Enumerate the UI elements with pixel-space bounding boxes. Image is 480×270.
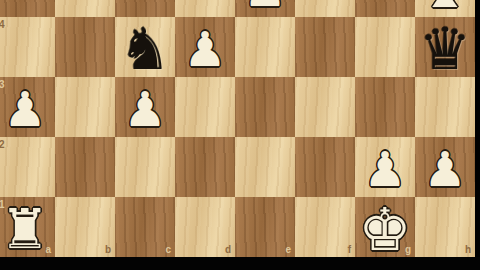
square-e4[interactable]: [235, 17, 295, 77]
white-bishop[interactable]: ♝: [421, 0, 469, 16]
square-c3[interactable]: ♟: [115, 77, 175, 137]
square-f3[interactable]: [295, 77, 355, 137]
rank-label-3: 3: [0, 79, 5, 90]
file-label-c: c: [165, 244, 171, 255]
square-a4[interactable]: 4: [0, 17, 55, 77]
chess-app-screen: 8765♟♝4♞♟♛♟3♟2♟♟♜1abcdef♚gh: [0, 0, 480, 270]
black-knight[interactable]: ♞: [119, 20, 171, 78]
white-pawn[interactable]: ♟: [243, 0, 286, 13]
square-e3[interactable]: [235, 77, 295, 137]
square-h4[interactable]: ♛: [415, 17, 475, 77]
rank-label-4: 4: [0, 19, 5, 30]
square-d1[interactable]: d: [175, 197, 235, 257]
square-f2[interactable]: [295, 137, 355, 197]
square-c1[interactable]: c: [115, 197, 175, 257]
square-c4[interactable]: ♞: [115, 17, 175, 77]
rank-label-2: 2: [0, 139, 5, 150]
square-g3[interactable]: [355, 77, 415, 137]
chess-board: 8765♟♝4♞♟♛♟3♟2♟♟♜1abcdef♚gh: [0, 0, 475, 257]
square-g1[interactable]: ♚g: [355, 197, 415, 257]
white-pawn[interactable]: ♟: [363, 145, 406, 193]
square-g2[interactable]: ♟: [355, 137, 415, 197]
square-c2[interactable]: [115, 137, 175, 197]
square-a2[interactable]: 2: [0, 137, 55, 197]
white-pawn[interactable]: ♟: [3, 85, 46, 133]
file-label-e: e: [285, 244, 291, 255]
file-label-d: d: [225, 244, 231, 255]
file-label-a: a: [45, 244, 51, 255]
square-h1[interactable]: h: [415, 197, 475, 257]
square-a3[interactable]: ♟3: [0, 77, 55, 137]
white-pawn[interactable]: ♟: [423, 145, 466, 193]
square-h3[interactable]: [415, 77, 475, 137]
square-e5[interactable]: ♟: [235, 0, 295, 17]
file-label-f: f: [348, 244, 351, 255]
file-label-b: b: [105, 244, 111, 255]
square-b5[interactable]: [55, 0, 115, 17]
square-h2[interactable]: ♟: [415, 137, 475, 197]
square-f1[interactable]: f: [295, 197, 355, 257]
square-g5[interactable]: [355, 0, 415, 17]
bottom-bar: [0, 257, 480, 270]
file-label-h: h: [465, 244, 471, 255]
square-f4[interactable]: [295, 17, 355, 77]
square-g4[interactable]: [355, 17, 415, 77]
square-d5[interactable]: [175, 0, 235, 17]
white-pawn[interactable]: ♟: [123, 85, 166, 133]
square-b3[interactable]: [55, 77, 115, 137]
square-e1[interactable]: e: [235, 197, 295, 257]
square-b4[interactable]: [55, 17, 115, 77]
black-queen[interactable]: ♛: [419, 20, 471, 78]
white-pawn[interactable]: ♟: [183, 25, 226, 73]
rank-label-1: 1: [0, 199, 5, 210]
square-d2[interactable]: [175, 137, 235, 197]
square-f5[interactable]: [295, 0, 355, 17]
square-b1[interactable]: b: [55, 197, 115, 257]
square-e2[interactable]: [235, 137, 295, 197]
square-a1[interactable]: ♜1a: [0, 197, 55, 257]
file-label-g: g: [405, 244, 411, 255]
square-d4[interactable]: ♟: [175, 17, 235, 77]
white-king[interactable]: ♚: [359, 200, 412, 259]
square-d3[interactable]: [175, 77, 235, 137]
white-rook[interactable]: ♜: [0, 202, 49, 257]
square-a5[interactable]: 5: [0, 0, 55, 17]
square-b2[interactable]: [55, 137, 115, 197]
